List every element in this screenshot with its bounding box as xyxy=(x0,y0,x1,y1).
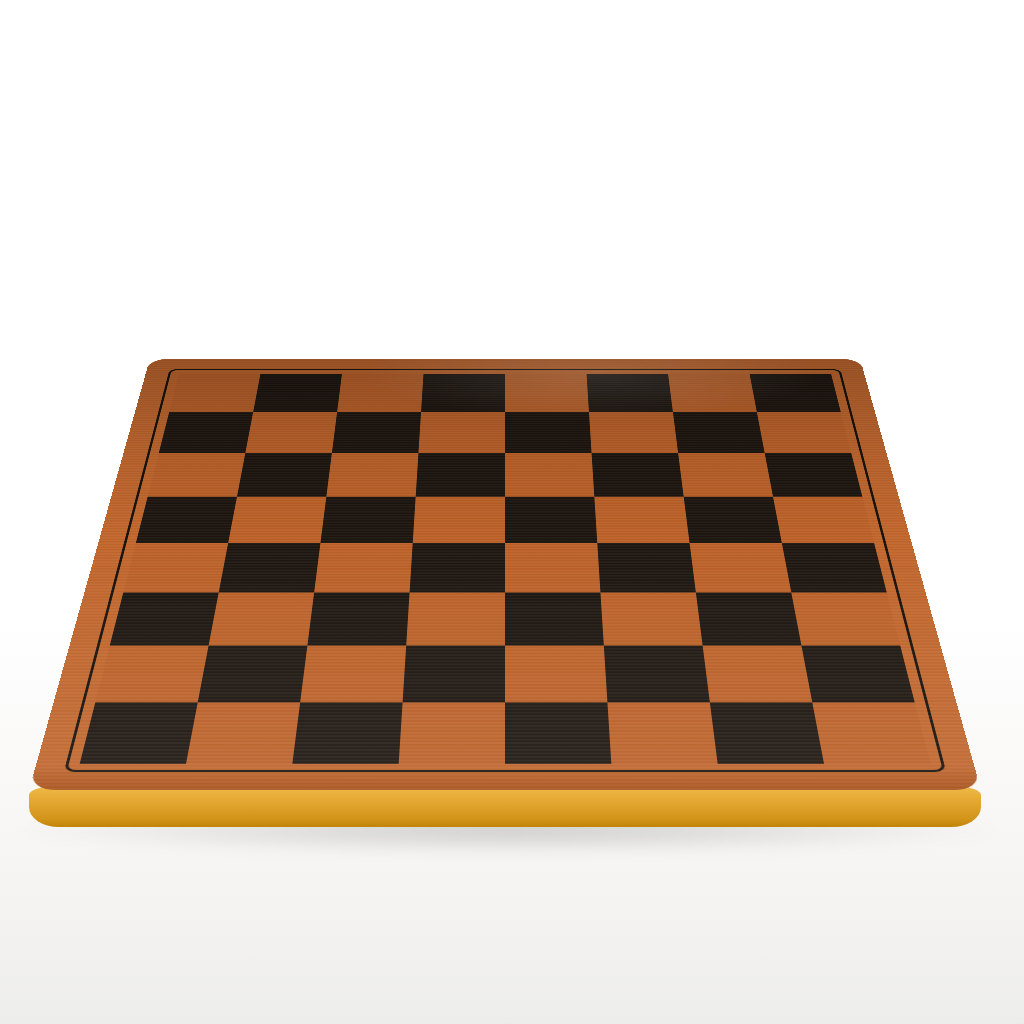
square[interactable] xyxy=(292,702,402,763)
square[interactable] xyxy=(782,543,887,593)
square[interactable] xyxy=(812,702,930,763)
square[interactable] xyxy=(604,646,710,703)
square[interactable] xyxy=(703,646,813,703)
square[interactable] xyxy=(416,453,505,496)
square[interactable] xyxy=(668,374,757,412)
square[interactable] xyxy=(237,453,332,496)
square[interactable] xyxy=(597,543,696,593)
product-photo: ♟♜♞♝♚♛♛♚♝♞♜♟ xyxy=(0,0,1024,1024)
square[interactable] xyxy=(326,453,418,496)
square[interactable] xyxy=(148,453,246,496)
square[interactable] xyxy=(198,646,308,703)
square[interactable] xyxy=(587,374,673,412)
square[interactable] xyxy=(765,453,863,496)
square[interactable] xyxy=(678,453,773,496)
square[interactable] xyxy=(791,592,900,645)
square[interactable] xyxy=(320,497,415,543)
square[interactable] xyxy=(219,543,321,593)
square[interactable] xyxy=(95,646,208,703)
square[interactable] xyxy=(505,374,589,412)
square[interactable] xyxy=(123,543,228,593)
square[interactable] xyxy=(245,412,337,453)
square[interactable] xyxy=(399,702,505,763)
square[interactable] xyxy=(696,592,802,645)
square[interactable] xyxy=(253,374,342,412)
square[interactable] xyxy=(589,412,678,453)
board-grid xyxy=(80,374,931,764)
square[interactable] xyxy=(209,592,315,645)
square[interactable] xyxy=(421,374,505,412)
pieces-lineup: ♟♜♞♝♚♛♛♚♝♞♜♟ xyxy=(0,0,1024,360)
square[interactable] xyxy=(505,497,597,543)
square[interactable] xyxy=(337,374,423,412)
chessboard xyxy=(29,359,981,790)
square[interactable] xyxy=(410,543,505,593)
board-perspective-wrap xyxy=(29,358,981,790)
square[interactable] xyxy=(413,497,505,543)
square[interactable] xyxy=(307,592,409,645)
square[interactable] xyxy=(228,497,326,543)
square[interactable] xyxy=(418,412,505,453)
square[interactable] xyxy=(186,702,300,763)
square[interactable] xyxy=(169,374,260,412)
square[interactable] xyxy=(403,646,505,703)
square[interactable] xyxy=(801,646,914,703)
square[interactable] xyxy=(505,646,607,703)
square[interactable] xyxy=(710,702,824,763)
square[interactable] xyxy=(159,412,253,453)
square[interactable] xyxy=(314,543,413,593)
square[interactable] xyxy=(505,412,592,453)
square[interactable] xyxy=(300,646,406,703)
square[interactable] xyxy=(505,543,600,593)
square[interactable] xyxy=(600,592,702,645)
square[interactable] xyxy=(332,412,421,453)
square[interactable] xyxy=(136,497,237,543)
square[interactable] xyxy=(505,702,611,763)
square[interactable] xyxy=(773,497,874,543)
square[interactable] xyxy=(592,453,684,496)
board-side-edge xyxy=(29,787,981,827)
square[interactable] xyxy=(607,702,717,763)
square[interactable] xyxy=(110,592,219,645)
square[interactable] xyxy=(505,453,594,496)
square[interactable] xyxy=(406,592,505,645)
square[interactable] xyxy=(757,412,851,453)
square[interactable] xyxy=(684,497,782,543)
square[interactable] xyxy=(80,702,198,763)
square[interactable] xyxy=(505,592,604,645)
square[interactable] xyxy=(594,497,689,543)
square[interactable] xyxy=(673,412,765,453)
square[interactable] xyxy=(690,543,792,593)
square[interactable] xyxy=(750,374,841,412)
